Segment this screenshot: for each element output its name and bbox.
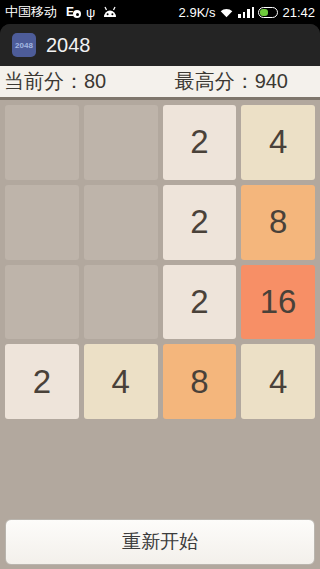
empty-cell (84, 185, 158, 260)
board-grid[interactable]: 24282162484 (0, 100, 320, 424)
status-bar-left: 中国移动 E ψ (5, 3, 118, 21)
tile-4: 4 (241, 105, 315, 180)
empty-cell (5, 265, 79, 340)
phone-screen: 中国移动 E ψ 2.9K/s (0, 0, 320, 569)
empty-cell (5, 185, 79, 260)
tile-16: 16 (241, 265, 315, 340)
usb-icon: ψ (86, 5, 95, 20)
tile-2: 2 (5, 344, 79, 419)
best-score-label: 最高分： (175, 70, 255, 92)
status-bar-right: 2.9K/s 21:42 (179, 5, 315, 20)
score-bar: 当前分： 80 最高分：940 (0, 66, 320, 100)
carrier-label: 中国移动 (5, 3, 57, 21)
empty-cell (84, 105, 158, 180)
app-icon: 2048 (12, 33, 36, 57)
tile-2: 2 (163, 185, 237, 260)
best-score-value: 940 (255, 70, 288, 92)
tile-4: 4 (84, 344, 158, 419)
current-score-label: 当前分： (4, 68, 84, 95)
signal-bars-icon (238, 7, 254, 18)
tile-2: 2 (163, 265, 237, 340)
network-lock-badge-icon (73, 10, 81, 18)
empty-cell (5, 105, 79, 180)
network-type-icon: E (66, 5, 74, 19)
app-window: 2048 2048 当前分： 80 最高分：940 24282162484 重新… (0, 24, 320, 569)
best-score: 最高分：940 (175, 68, 288, 95)
tile-8: 8 (241, 185, 315, 260)
clock: 21:42 (282, 5, 315, 20)
tile-2: 2 (163, 105, 237, 180)
tile-8: 8 (163, 344, 237, 419)
android-robot-icon (102, 6, 118, 18)
restart-button[interactable]: 重新开始 (5, 519, 315, 565)
network-speed: 2.9K/s (179, 5, 216, 20)
page-title: 2048 (46, 34, 91, 57)
title-bar: 2048 2048 (0, 24, 320, 66)
current-score-value: 80 (84, 70, 106, 93)
board-area: 24282162484 重新开始 (0, 100, 320, 569)
battery-icon (258, 7, 278, 18)
wifi-icon (219, 6, 234, 18)
status-bar: 中国移动 E ψ 2.9K/s (0, 0, 320, 24)
battery-fill (260, 9, 268, 16)
tile-4: 4 (241, 344, 315, 419)
empty-cell (84, 265, 158, 340)
